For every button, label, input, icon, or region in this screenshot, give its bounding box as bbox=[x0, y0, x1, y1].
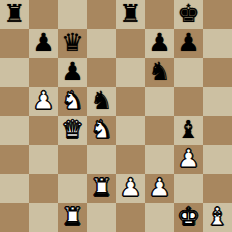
square-h5[interactable] bbox=[203, 87, 232, 116]
square-d3[interactable] bbox=[87, 145, 116, 174]
square-a3[interactable] bbox=[0, 145, 29, 174]
square-g7[interactable]: ♟ bbox=[174, 29, 203, 58]
square-a8[interactable]: ♜ bbox=[0, 0, 29, 29]
piece-black-pawn: ♟ bbox=[177, 28, 199, 57]
square-g4[interactable]: ♝ bbox=[174, 116, 203, 145]
square-c4[interactable]: ♛ bbox=[58, 116, 87, 145]
square-h4[interactable] bbox=[203, 116, 232, 145]
square-e3[interactable] bbox=[116, 145, 145, 174]
square-f4[interactable] bbox=[145, 116, 174, 145]
chess-board: ♜♜♚♟♛♟♟♟♞♟♞♞♛♞♝♟♜♟♟♜♚♝ bbox=[0, 0, 232, 232]
piece-black-rook: ♜ bbox=[3, 0, 25, 28]
square-f3[interactable] bbox=[145, 145, 174, 174]
piece-black-pawn: ♟ bbox=[148, 28, 170, 57]
square-d2[interactable]: ♜ bbox=[87, 174, 116, 203]
piece-black-pawn: ♟ bbox=[32, 28, 54, 57]
square-c8[interactable] bbox=[58, 0, 87, 29]
square-a6[interactable] bbox=[0, 58, 29, 87]
square-f7[interactable]: ♟ bbox=[145, 29, 174, 58]
square-f6[interactable]: ♞ bbox=[145, 58, 174, 87]
square-e4[interactable] bbox=[116, 116, 145, 145]
piece-white-pawn: ♟ bbox=[148, 173, 170, 202]
square-a1[interactable] bbox=[0, 203, 29, 232]
square-g8[interactable]: ♚ bbox=[174, 0, 203, 29]
square-g1[interactable]: ♚ bbox=[174, 203, 203, 232]
piece-white-king: ♚ bbox=[177, 202, 199, 231]
square-h3[interactable] bbox=[203, 145, 232, 174]
piece-white-rook: ♜ bbox=[61, 202, 83, 231]
square-d5[interactable]: ♞ bbox=[87, 87, 116, 116]
square-d6[interactable] bbox=[87, 58, 116, 87]
piece-black-knight: ♞ bbox=[90, 86, 112, 115]
square-c3[interactable] bbox=[58, 145, 87, 174]
square-b3[interactable] bbox=[29, 145, 58, 174]
square-a4[interactable] bbox=[0, 116, 29, 145]
square-h7[interactable] bbox=[203, 29, 232, 58]
piece-black-pawn: ♟ bbox=[61, 57, 83, 86]
square-b5[interactable]: ♟ bbox=[29, 87, 58, 116]
square-b7[interactable]: ♟ bbox=[29, 29, 58, 58]
square-c7[interactable]: ♛ bbox=[58, 29, 87, 58]
square-b4[interactable] bbox=[29, 116, 58, 145]
square-f8[interactable] bbox=[145, 0, 174, 29]
square-f1[interactable] bbox=[145, 203, 174, 232]
square-f5[interactable] bbox=[145, 87, 174, 116]
square-c1[interactable]: ♜ bbox=[58, 203, 87, 232]
piece-white-rook: ♜ bbox=[90, 173, 112, 202]
piece-white-knight: ♞ bbox=[90, 115, 112, 144]
square-b8[interactable] bbox=[29, 0, 58, 29]
piece-white-queen: ♛ bbox=[61, 115, 83, 144]
square-g3[interactable]: ♟ bbox=[174, 145, 203, 174]
square-d8[interactable] bbox=[87, 0, 116, 29]
square-h1[interactable]: ♝ bbox=[203, 203, 232, 232]
square-e7[interactable] bbox=[116, 29, 145, 58]
square-a5[interactable] bbox=[0, 87, 29, 116]
piece-white-pawn: ♟ bbox=[177, 144, 199, 173]
square-h6[interactable] bbox=[203, 58, 232, 87]
square-e5[interactable] bbox=[116, 87, 145, 116]
piece-black-bishop: ♝ bbox=[177, 115, 199, 144]
piece-black-knight: ♞ bbox=[148, 57, 170, 86]
square-g2[interactable] bbox=[174, 174, 203, 203]
square-g6[interactable] bbox=[174, 58, 203, 87]
square-h2[interactable] bbox=[203, 174, 232, 203]
square-e2[interactable]: ♟ bbox=[116, 174, 145, 203]
piece-black-queen: ♛ bbox=[61, 28, 83, 57]
square-d7[interactable] bbox=[87, 29, 116, 58]
piece-black-rook: ♜ bbox=[119, 0, 141, 28]
square-c2[interactable] bbox=[58, 174, 87, 203]
square-d1[interactable] bbox=[87, 203, 116, 232]
piece-white-pawn: ♟ bbox=[32, 86, 54, 115]
square-a7[interactable] bbox=[0, 29, 29, 58]
square-f2[interactable]: ♟ bbox=[145, 174, 174, 203]
square-b2[interactable] bbox=[29, 174, 58, 203]
square-d4[interactable]: ♞ bbox=[87, 116, 116, 145]
piece-white-pawn: ♟ bbox=[119, 173, 141, 202]
piece-white-knight: ♞ bbox=[61, 86, 83, 115]
piece-black-king: ♚ bbox=[177, 0, 199, 28]
square-b1[interactable] bbox=[29, 203, 58, 232]
square-a2[interactable] bbox=[0, 174, 29, 203]
square-c5[interactable]: ♞ bbox=[58, 87, 87, 116]
square-e8[interactable]: ♜ bbox=[116, 0, 145, 29]
piece-white-bishop: ♝ bbox=[206, 202, 228, 231]
square-h8[interactable] bbox=[203, 0, 232, 29]
square-g5[interactable] bbox=[174, 87, 203, 116]
square-b6[interactable] bbox=[29, 58, 58, 87]
square-e1[interactable] bbox=[116, 203, 145, 232]
square-c6[interactable]: ♟ bbox=[58, 58, 87, 87]
square-e6[interactable] bbox=[116, 58, 145, 87]
